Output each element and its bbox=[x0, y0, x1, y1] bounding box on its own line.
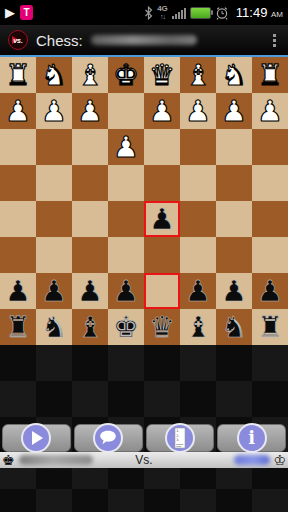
chat-button[interactable] bbox=[74, 424, 143, 452]
square-h7[interactable]: ♟ bbox=[0, 273, 36, 309]
player1-name-blurred bbox=[19, 455, 93, 465]
square-h1[interactable]: ♜ bbox=[0, 57, 36, 93]
square-a7[interactable]: ♟ bbox=[252, 273, 288, 309]
square-c4[interactable] bbox=[180, 165, 216, 201]
square-d5[interactable]: ♟ bbox=[144, 201, 180, 237]
square-h4[interactable] bbox=[0, 165, 36, 201]
play-icon bbox=[21, 423, 51, 453]
info-button[interactable]: i bbox=[217, 424, 286, 452]
square-e3[interactable]: ♟ bbox=[108, 129, 144, 165]
square-a5[interactable] bbox=[252, 201, 288, 237]
square-g4[interactable] bbox=[36, 165, 72, 201]
square-e8[interactable]: ♚ bbox=[108, 309, 144, 345]
square-g1[interactable]: ♞ bbox=[36, 57, 72, 93]
black-king-icon: ♚ bbox=[2, 453, 15, 467]
white-knight: ♞ bbox=[41, 57, 67, 93]
bluetooth-icon bbox=[144, 6, 153, 20]
4g-data-icon: 4G ↑↓ bbox=[157, 5, 168, 20]
square-b8[interactable]: ♞ bbox=[216, 309, 252, 345]
black-pawn: ♟ bbox=[113, 273, 139, 309]
svg-text:3.: 3. bbox=[176, 438, 179, 442]
square-a6[interactable] bbox=[252, 237, 288, 273]
square-h2[interactable]: ♟ bbox=[0, 93, 36, 129]
black-bishop: ♝ bbox=[185, 309, 211, 345]
black-pawn: ♟ bbox=[149, 201, 175, 237]
square-b3[interactable] bbox=[216, 129, 252, 165]
black-knight: ♞ bbox=[221, 309, 247, 345]
square-e5[interactable] bbox=[108, 201, 144, 237]
white-knight: ♞ bbox=[221, 57, 247, 93]
chess-board: ♜♞♝♚♛♝♞♜♟♟♟♟♟♟♟♟♟♟♟♟♟♟♟♟♜♞♝♚♛♝♞♜ bbox=[0, 57, 288, 345]
black-knight: ♞ bbox=[41, 309, 67, 345]
square-g5[interactable] bbox=[36, 201, 72, 237]
square-d3[interactable] bbox=[144, 129, 180, 165]
white-pawn: ♟ bbox=[77, 93, 103, 129]
square-d8[interactable]: ♛ bbox=[144, 309, 180, 345]
white-bishop: ♝ bbox=[185, 57, 211, 93]
svg-text:1.: 1. bbox=[176, 429, 179, 433]
opponent-name-blurred bbox=[91, 35, 197, 45]
player2-name-blurred bbox=[234, 455, 270, 465]
square-g7[interactable]: ♟ bbox=[36, 273, 72, 309]
white-rook: ♜ bbox=[257, 57, 283, 93]
square-f2[interactable]: ♟ bbox=[72, 93, 108, 129]
black-queen: ♛ bbox=[149, 309, 175, 345]
square-a8[interactable]: ♜ bbox=[252, 309, 288, 345]
square-g2[interactable]: ♟ bbox=[36, 93, 72, 129]
square-c7[interactable]: ♟ bbox=[180, 273, 216, 309]
black-bishop: ♝ bbox=[77, 309, 103, 345]
svg-text:2.: 2. bbox=[176, 434, 179, 438]
square-f8[interactable]: ♝ bbox=[72, 309, 108, 345]
signal-bars-icon bbox=[172, 7, 186, 19]
title-bar: vs. Chess: bbox=[0, 25, 288, 55]
play-notification-icon: ▶ bbox=[5, 6, 15, 19]
black-rook: ♜ bbox=[5, 309, 31, 345]
black-pawn: ♟ bbox=[5, 273, 31, 309]
battery-icon bbox=[190, 7, 211, 19]
square-a2[interactable]: ♟ bbox=[252, 93, 288, 129]
white-pawn: ♟ bbox=[113, 129, 139, 165]
clock-time: 11:49 AM bbox=[236, 5, 283, 20]
white-pawn: ♟ bbox=[257, 93, 283, 129]
white-pawn: ♟ bbox=[41, 93, 67, 129]
white-pawn: ♟ bbox=[5, 93, 31, 129]
square-e1[interactable]: ♚ bbox=[108, 57, 144, 93]
move-list-button[interactable]: 1. 2. 3. bbox=[146, 424, 215, 452]
black-pawn: ♟ bbox=[257, 273, 283, 309]
square-c5[interactable] bbox=[180, 201, 216, 237]
square-d7[interactable] bbox=[144, 273, 180, 309]
tmobile-icon: T bbox=[20, 5, 33, 20]
square-d6[interactable] bbox=[144, 237, 180, 273]
square-f4[interactable] bbox=[72, 165, 108, 201]
square-c3[interactable] bbox=[180, 129, 216, 165]
square-a4[interactable] bbox=[252, 165, 288, 201]
white-pawn: ♟ bbox=[149, 93, 175, 129]
black-rook: ♜ bbox=[257, 309, 283, 345]
square-b5[interactable] bbox=[216, 201, 252, 237]
square-e4[interactable] bbox=[108, 165, 144, 201]
overflow-menu-icon[interactable] bbox=[269, 30, 280, 51]
square-d4[interactable] bbox=[144, 165, 180, 201]
black-pawn: ♟ bbox=[185, 273, 211, 309]
square-e7[interactable]: ♟ bbox=[108, 273, 144, 309]
square-f3[interactable] bbox=[72, 129, 108, 165]
square-c2[interactable]: ♟ bbox=[180, 93, 216, 129]
lower-panel: 1. 2. 3. i ♚ Vs. ♔ bbox=[0, 345, 288, 512]
square-h8[interactable]: ♜ bbox=[0, 309, 36, 345]
white-king: ♚ bbox=[113, 57, 139, 93]
square-f6[interactable] bbox=[72, 237, 108, 273]
square-g8[interactable]: ♞ bbox=[36, 309, 72, 345]
square-b1[interactable]: ♞ bbox=[216, 57, 252, 93]
black-pawn: ♟ bbox=[41, 273, 67, 309]
black-pawn: ♟ bbox=[221, 273, 247, 309]
square-f5[interactable] bbox=[72, 201, 108, 237]
square-a3[interactable] bbox=[252, 129, 288, 165]
white-pawn: ♟ bbox=[185, 93, 211, 129]
app-screen: ▶ T 4G ↑↓ 11:49 AM bbox=[0, 0, 288, 512]
square-f7[interactable]: ♟ bbox=[72, 273, 108, 309]
black-king: ♚ bbox=[113, 309, 139, 345]
black-pawn: ♟ bbox=[77, 273, 103, 309]
square-b4[interactable] bbox=[216, 165, 252, 201]
info-icon: i bbox=[237, 423, 267, 453]
chat-bubble-icon bbox=[93, 423, 123, 453]
page-title: Chess: bbox=[36, 32, 83, 49]
square-d1[interactable]: ♛ bbox=[144, 57, 180, 93]
background-pattern bbox=[0, 345, 288, 424]
square-d2[interactable]: ♟ bbox=[144, 93, 180, 129]
move-list-icon: 1. 2. 3. bbox=[165, 423, 195, 453]
square-b7[interactable]: ♟ bbox=[216, 273, 252, 309]
square-c8[interactable]: ♝ bbox=[180, 309, 216, 345]
white-king-icon: ♔ bbox=[273, 453, 286, 467]
square-h6[interactable] bbox=[0, 237, 36, 273]
toolbar: 1. 2. 3. i bbox=[0, 424, 288, 452]
square-e2[interactable] bbox=[108, 93, 144, 129]
square-c1[interactable]: ♝ bbox=[180, 57, 216, 93]
status-bar: ▶ T 4G ↑↓ 11:49 AM bbox=[0, 0, 288, 25]
square-f1[interactable]: ♝ bbox=[72, 57, 108, 93]
square-a1[interactable]: ♜ bbox=[252, 57, 288, 93]
white-queen: ♛ bbox=[149, 57, 175, 93]
square-g6[interactable] bbox=[36, 237, 72, 273]
play-button[interactable] bbox=[2, 424, 71, 452]
background-pattern bbox=[0, 468, 288, 512]
square-b6[interactable] bbox=[216, 237, 252, 273]
square-g3[interactable] bbox=[36, 129, 72, 165]
players-bar: ♚ Vs. ♔ bbox=[0, 452, 288, 468]
alarm-clock-icon bbox=[215, 6, 229, 20]
square-e6[interactable] bbox=[108, 237, 144, 273]
white-bishop: ♝ bbox=[77, 57, 103, 93]
square-h3[interactable] bbox=[0, 129, 36, 165]
white-rook: ♜ bbox=[5, 57, 31, 93]
square-c6[interactable] bbox=[180, 237, 216, 273]
square-b2[interactable]: ♟ bbox=[216, 93, 252, 129]
vs-app-logo: vs. bbox=[8, 30, 28, 50]
square-h5[interactable] bbox=[0, 201, 36, 237]
white-pawn: ♟ bbox=[221, 93, 247, 129]
